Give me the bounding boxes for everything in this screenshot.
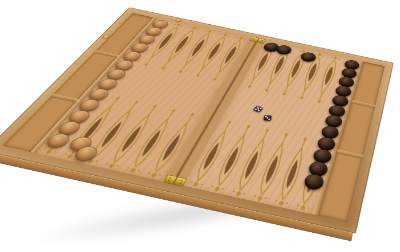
die-pip: [265, 116, 267, 117]
tray-divider: [337, 149, 364, 158]
brass-hinge-bottom: [163, 174, 187, 186]
dark-checker[interactable]: [302, 173, 325, 192]
die-2[interactable]: [263, 115, 272, 121]
backgammon-board: [0, 7, 394, 233]
tray-divider: [94, 50, 119, 57]
points-quadrant-bottom: [183, 115, 335, 214]
dark-checker[interactable]: [319, 124, 339, 140]
light-checker[interactable]: [43, 132, 73, 150]
die-pip: [258, 110, 260, 111]
dark-checker[interactable]: [311, 147, 333, 164]
light-checker[interactable]: [54, 120, 83, 137]
light-checker[interactable]: [85, 87, 111, 102]
die-pip: [260, 108, 262, 109]
die-pip: [267, 117, 269, 118]
tray-divider: [351, 100, 375, 108]
points-quadrant-bottom: [36, 88, 205, 181]
die-1[interactable]: [253, 105, 264, 112]
dark-checker[interactable]: [307, 160, 329, 178]
die-pip: [255, 109, 257, 110]
die-pip: [257, 108, 259, 109]
light-checker[interactable]: [66, 135, 96, 153]
die-pip: [268, 119, 270, 120]
tray-divider: [51, 94, 79, 102]
light-checker[interactable]: [75, 98, 102, 114]
perspective-viewport: [95, 43, 323, 187]
light-checker[interactable]: [65, 109, 93, 125]
die-pip: [257, 106, 259, 107]
light-checker[interactable]: [71, 144, 101, 162]
photo-backdrop: [0, 0, 400, 252]
dark-checker[interactable]: [315, 136, 336, 152]
